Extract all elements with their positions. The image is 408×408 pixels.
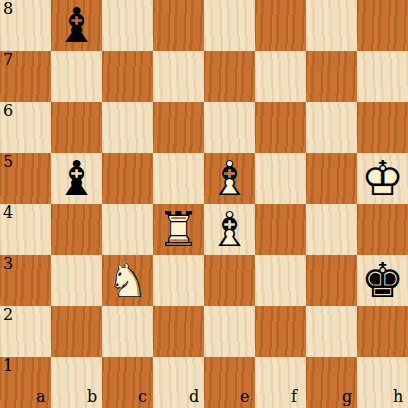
white-rook-icon: ♖ <box>157 205 200 253</box>
square-f1[interactable] <box>255 357 306 408</box>
file-label-b: b <box>87 389 97 405</box>
square-e2[interactable] <box>204 306 255 357</box>
square-b2[interactable] <box>51 306 102 357</box>
square-e8[interactable] <box>204 0 255 51</box>
square-d6[interactable] <box>153 102 204 153</box>
square-h3[interactable]: ♚ <box>357 255 408 306</box>
piece-white-bishop[interactable]: ♝♗ <box>204 204 255 255</box>
square-g3[interactable] <box>306 255 357 306</box>
square-b6[interactable] <box>51 102 102 153</box>
square-b5[interactable]: ♝ <box>51 153 102 204</box>
rank-label-1: 1 <box>3 358 13 374</box>
square-h2[interactable] <box>357 306 408 357</box>
square-g7[interactable] <box>306 51 357 102</box>
piece-white-bishop[interactable]: ♝♗ <box>204 153 255 204</box>
file-label-h: h <box>393 389 403 405</box>
square-g2[interactable] <box>306 306 357 357</box>
square-g8[interactable] <box>306 0 357 51</box>
square-c4[interactable] <box>102 204 153 255</box>
square-f6[interactable] <box>255 102 306 153</box>
black-king-icon: ♚ <box>361 256 404 304</box>
square-c8[interactable] <box>102 0 153 51</box>
square-e7[interactable] <box>204 51 255 102</box>
square-f4[interactable] <box>255 204 306 255</box>
square-c6[interactable] <box>102 102 153 153</box>
white-king-icon: ♔ <box>361 154 404 202</box>
square-e5[interactable]: ♝♗ <box>204 153 255 204</box>
square-f2[interactable] <box>255 306 306 357</box>
square-c2[interactable] <box>102 306 153 357</box>
square-h8[interactable] <box>357 0 408 51</box>
square-f7[interactable] <box>255 51 306 102</box>
square-d4[interactable]: ♜♖ <box>153 204 204 255</box>
rank-label-4: 4 <box>3 205 13 221</box>
rank-label-2: 2 <box>3 307 13 323</box>
rank-label-5: 5 <box>3 154 13 170</box>
black-bishop-icon: ♝ <box>55 1 98 49</box>
square-g6[interactable] <box>306 102 357 153</box>
square-c5[interactable] <box>102 153 153 204</box>
file-label-d: d <box>189 389 199 405</box>
white-knight-icon: ♘ <box>106 256 149 304</box>
piece-white-king[interactable]: ♚♔ <box>357 153 408 204</box>
square-d2[interactable] <box>153 306 204 357</box>
file-label-f: f <box>291 389 297 405</box>
piece-white-knight[interactable]: ♞♘ <box>102 255 153 306</box>
rank-label-3: 3 <box>3 256 13 272</box>
square-e4[interactable]: ♝♗ <box>204 204 255 255</box>
file-label-a: a <box>36 389 46 405</box>
square-h6[interactable] <box>357 102 408 153</box>
rank-label-7: 7 <box>3 52 13 68</box>
square-d5[interactable] <box>153 153 204 204</box>
square-d7[interactable] <box>153 51 204 102</box>
square-g5[interactable] <box>306 153 357 204</box>
square-d8[interactable] <box>153 0 204 51</box>
square-d3[interactable] <box>153 255 204 306</box>
piece-black-bishop[interactable]: ♝ <box>51 0 102 51</box>
square-g4[interactable] <box>306 204 357 255</box>
square-b4[interactable] <box>51 204 102 255</box>
square-b8[interactable]: ♝ <box>51 0 102 51</box>
square-h4[interactable] <box>357 204 408 255</box>
piece-black-king[interactable]: ♚ <box>357 255 408 306</box>
file-label-e: e <box>240 389 249 405</box>
rank-label-6: 6 <box>3 103 13 119</box>
file-label-c: c <box>138 389 147 405</box>
piece-white-rook[interactable]: ♜♖ <box>153 204 204 255</box>
square-f8[interactable] <box>255 0 306 51</box>
square-e3[interactable] <box>204 255 255 306</box>
square-c3[interactable]: ♞♘ <box>102 255 153 306</box>
rank-label-8: 8 <box>3 1 13 17</box>
square-b7[interactable] <box>51 51 102 102</box>
black-bishop-icon: ♝ <box>55 154 98 202</box>
square-c7[interactable] <box>102 51 153 102</box>
square-f3[interactable] <box>255 255 306 306</box>
chess-board: ♝♝♝♗♚♔♜♖♝♗♞♘♚87654321abcdefgh <box>0 0 408 408</box>
piece-black-bishop[interactable]: ♝ <box>51 153 102 204</box>
square-e6[interactable] <box>204 102 255 153</box>
square-f5[interactable] <box>255 153 306 204</box>
file-label-g: g <box>342 389 352 405</box>
white-bishop-icon: ♗ <box>208 154 251 202</box>
square-h7[interactable] <box>357 51 408 102</box>
square-h5[interactable]: ♚♔ <box>357 153 408 204</box>
white-bishop-icon: ♗ <box>208 205 251 253</box>
square-b3[interactable] <box>51 255 102 306</box>
